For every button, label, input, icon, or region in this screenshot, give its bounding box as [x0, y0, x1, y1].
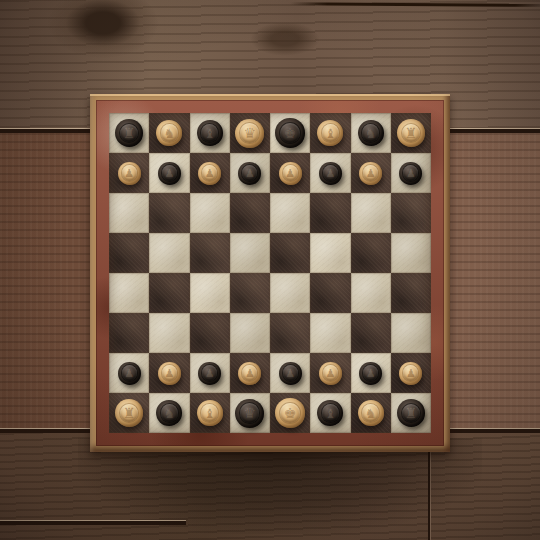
pawn-glyph: ♟ [205, 168, 215, 179]
piece-dark-king-e8: ♚ [270, 113, 310, 153]
pawn-glyph: ♟ [245, 368, 255, 379]
piece-dark-pawn-a2: ♟ [109, 353, 149, 393]
piece-disc: ♞ [156, 120, 182, 146]
piece-disc: ♟ [279, 162, 302, 185]
pawn-glyph: ♟ [285, 368, 295, 379]
square-c2: ♟ [190, 353, 230, 393]
square-h2: ♟ [391, 353, 431, 393]
piece-disc: ♝ [197, 120, 223, 146]
piece-light-king-e1: ♚ [270, 393, 310, 433]
knight-glyph: ♞ [164, 127, 176, 140]
pawn-glyph: ♟ [406, 368, 416, 379]
piece-dark-bishop-c8: ♝ [190, 113, 230, 153]
square-d1: ♛ [230, 393, 270, 433]
piece-light-pawn-c7: ♟ [190, 153, 230, 193]
piece-disc: ♞ [358, 400, 384, 426]
rook-glyph: ♜ [123, 406, 136, 420]
pawn-glyph: ♟ [164, 368, 174, 379]
square-b4 [149, 273, 189, 313]
piece-disc: ♜ [397, 399, 425, 427]
piece-dark-pawn-d7: ♟ [230, 153, 270, 193]
piece-dark-knight-b1: ♞ [149, 393, 189, 433]
knight-glyph: ♞ [365, 407, 377, 420]
rook-glyph: ♜ [123, 126, 136, 140]
square-a5 [109, 233, 149, 273]
piece-light-knight-g1: ♞ [351, 393, 391, 433]
pawn-glyph: ♟ [124, 368, 134, 379]
piece-disc: ♟ [319, 362, 342, 385]
square-a8: ♜ [109, 113, 149, 153]
rook-glyph: ♜ [405, 406, 418, 420]
pawn-glyph: ♟ [285, 168, 295, 179]
piece-disc: ♟ [118, 362, 141, 385]
square-e3 [270, 313, 310, 353]
square-d2: ♟ [230, 353, 270, 393]
piece-disc: ♟ [279, 362, 302, 385]
bishop-glyph: ♝ [204, 127, 216, 140]
square-e8: ♚ [270, 113, 310, 153]
piece-disc: ♟ [399, 162, 422, 185]
piece-light-pawn-e7: ♟ [270, 153, 310, 193]
square-a2: ♟ [109, 353, 149, 393]
square-e6 [270, 193, 310, 233]
queen-glyph: ♛ [244, 406, 257, 420]
pawn-glyph: ♟ [124, 168, 134, 179]
chess-board: ♜♞♝♛♚♝♞♜♟♟♟♟♟♟♟♟♟♟♟♟♟♟♟♟♜♞♝♛♚♝♞♜ [90, 94, 450, 452]
square-e1: ♚ [270, 393, 310, 433]
square-d4 [230, 273, 270, 313]
square-e7: ♟ [270, 153, 310, 193]
square-c7: ♟ [190, 153, 230, 193]
piece-dark-pawn-g2: ♟ [351, 353, 391, 393]
square-b3 [149, 313, 189, 353]
square-d7: ♟ [230, 153, 270, 193]
pawn-glyph: ♟ [164, 168, 174, 179]
piece-light-rook-a1: ♜ [109, 393, 149, 433]
square-a7: ♟ [109, 153, 149, 193]
piece-disc: ♟ [399, 362, 422, 385]
square-b1: ♞ [149, 393, 189, 433]
piece-disc: ♞ [358, 120, 384, 146]
king-glyph: ♚ [284, 406, 297, 420]
pawn-glyph: ♟ [245, 168, 255, 179]
square-g1: ♞ [351, 393, 391, 433]
piece-light-pawn-h2: ♟ [391, 353, 431, 393]
square-g5 [351, 233, 391, 273]
square-f6 [310, 193, 350, 233]
square-g7: ♟ [351, 153, 391, 193]
piece-disc: ♚ [275, 118, 305, 148]
square-b2: ♟ [149, 353, 189, 393]
pawn-glyph: ♟ [325, 168, 335, 179]
bishop-glyph: ♝ [325, 407, 337, 420]
square-d5 [230, 233, 270, 273]
piece-light-pawn-a7: ♟ [109, 153, 149, 193]
piece-light-knight-b8: ♞ [149, 113, 189, 153]
knight-glyph: ♞ [365, 127, 377, 140]
square-f5 [310, 233, 350, 273]
piece-disc: ♜ [397, 119, 425, 147]
square-a3 [109, 313, 149, 353]
piece-dark-pawn-h7: ♟ [391, 153, 431, 193]
plank-gap-bottom-left [0, 520, 186, 525]
piece-disc: ♞ [156, 400, 182, 426]
square-f4 [310, 273, 350, 313]
square-b6 [149, 193, 189, 233]
square-a6 [109, 193, 149, 233]
square-h5 [391, 233, 431, 273]
square-a1: ♜ [109, 393, 149, 433]
square-f7: ♟ [310, 153, 350, 193]
square-h3 [391, 313, 431, 353]
square-d6 [230, 193, 270, 233]
piece-light-pawn-g7: ♟ [351, 153, 391, 193]
square-b5 [149, 233, 189, 273]
piece-disc: ♟ [319, 162, 342, 185]
piece-dark-knight-g8: ♞ [351, 113, 391, 153]
square-e5 [270, 233, 310, 273]
piece-dark-pawn-b7: ♟ [149, 153, 189, 193]
queen-glyph: ♛ [244, 126, 257, 140]
board-grid: ♜♞♝♛♚♝♞♜♟♟♟♟♟♟♟♟♟♟♟♟♟♟♟♟♜♞♝♛♚♝♞♜ [109, 113, 431, 433]
square-b7: ♟ [149, 153, 189, 193]
piece-light-pawn-d2: ♟ [230, 353, 270, 393]
pawn-glyph: ♟ [406, 168, 416, 179]
square-f1: ♝ [310, 393, 350, 433]
square-h1: ♜ [391, 393, 431, 433]
piece-disc: ♟ [198, 362, 221, 385]
piece-dark-queen-d1: ♛ [230, 393, 270, 433]
piece-disc: ♝ [197, 400, 223, 426]
piece-light-queen-d8: ♛ [230, 113, 270, 153]
square-h7: ♟ [391, 153, 431, 193]
piece-dark-pawn-c2: ♟ [190, 353, 230, 393]
square-e4 [270, 273, 310, 313]
piece-dark-rook-h1: ♜ [391, 393, 431, 433]
bishop-glyph: ♝ [325, 127, 337, 140]
square-g6 [351, 193, 391, 233]
piece-disc: ♟ [359, 162, 382, 185]
square-g3 [351, 313, 391, 353]
piece-disc: ♛ [235, 119, 264, 148]
piece-disc: ♜ [115, 399, 143, 427]
piece-disc: ♛ [235, 399, 264, 428]
king-glyph: ♚ [284, 126, 297, 140]
square-h8: ♜ [391, 113, 431, 153]
piece-light-pawn-f2: ♟ [310, 353, 350, 393]
knight-glyph: ♞ [164, 407, 176, 420]
rook-glyph: ♜ [405, 126, 418, 140]
piece-disc: ♜ [115, 119, 143, 147]
piece-disc: ♟ [238, 362, 261, 385]
square-f8: ♝ [310, 113, 350, 153]
square-b8: ♞ [149, 113, 189, 153]
piece-disc: ♟ [198, 162, 221, 185]
piece-light-bishop-f8: ♝ [310, 113, 350, 153]
piece-disc: ♝ [317, 120, 343, 146]
piece-light-rook-h8: ♜ [391, 113, 431, 153]
square-c6 [190, 193, 230, 233]
photo-scene: ♜♞♝♛♚♝♞♜♟♟♟♟♟♟♟♟♟♟♟♟♟♟♟♟♜♞♝♛♚♝♞♜ [0, 0, 540, 540]
piece-disc: ♚ [275, 398, 305, 428]
piece-disc: ♝ [317, 400, 343, 426]
piece-disc: ♟ [158, 162, 181, 185]
square-c3 [190, 313, 230, 353]
square-g2: ♟ [351, 353, 391, 393]
square-c4 [190, 273, 230, 313]
square-g8: ♞ [351, 113, 391, 153]
pawn-glyph: ♟ [325, 368, 335, 379]
piece-dark-rook-a8: ♜ [109, 113, 149, 153]
square-f3 [310, 313, 350, 353]
square-a4 [109, 273, 149, 313]
piece-disc: ♟ [158, 362, 181, 385]
piece-light-bishop-c1: ♝ [190, 393, 230, 433]
pawn-glyph: ♟ [366, 168, 376, 179]
square-h6 [391, 193, 431, 233]
pawn-glyph: ♟ [205, 368, 215, 379]
bishop-glyph: ♝ [204, 407, 216, 420]
square-d3 [230, 313, 270, 353]
square-h4 [391, 273, 431, 313]
square-c8: ♝ [190, 113, 230, 153]
square-d8: ♛ [230, 113, 270, 153]
piece-dark-pawn-f7: ♟ [310, 153, 350, 193]
pawn-glyph: ♟ [366, 368, 376, 379]
square-f2: ♟ [310, 353, 350, 393]
square-g4 [351, 273, 391, 313]
square-c5 [190, 233, 230, 273]
piece-disc: ♟ [238, 162, 261, 185]
square-c1: ♝ [190, 393, 230, 433]
piece-light-pawn-b2: ♟ [149, 353, 189, 393]
square-e2: ♟ [270, 353, 310, 393]
piece-dark-pawn-e2: ♟ [270, 353, 310, 393]
piece-disc: ♟ [118, 162, 141, 185]
piece-dark-bishop-f1: ♝ [310, 393, 350, 433]
piece-disc: ♟ [359, 362, 382, 385]
